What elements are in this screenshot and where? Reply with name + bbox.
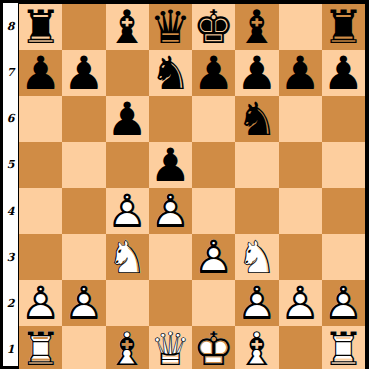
white-pawn[interactable]: ♟♙ [280, 280, 321, 326]
rank-label-3: 3 [3, 234, 18, 280]
square-h1[interactable]: ♜♖ [322, 326, 365, 369]
piece-outline: ♙ [63, 280, 104, 326]
black-knight[interactable]: ♞ [236, 96, 277, 142]
square-c4[interactable]: ♟♙ [106, 188, 149, 234]
black-pawn[interactable]: ♟ [150, 142, 191, 188]
piece-outline: ♗ [236, 326, 277, 369]
square-f6[interactable]: ♞ [235, 96, 278, 142]
rank-label-1: 1 [3, 327, 18, 369]
square-f1[interactable]: ♝♗ [235, 326, 278, 369]
square-a5[interactable] [19, 142, 62, 188]
rank-labels: 87654321 [3, 3, 18, 369]
square-d3[interactable] [149, 234, 192, 280]
square-g5[interactable] [279, 142, 322, 188]
square-b4[interactable] [62, 188, 105, 234]
white-king[interactable]: ♚♔ [193, 326, 234, 369]
rank-label-7: 7 [3, 49, 18, 95]
chess-board: ♜♝♛♚♝♜♟♟♞♟♟♟♟♟♞♟♟♙♟♙♞♘♟♙♞♘♟♙♟♙♟♙♟♙♟♙♜♖♝♗… [18, 3, 366, 369]
piece-outline: ♕ [150, 326, 191, 369]
square-c6[interactable]: ♟ [106, 96, 149, 142]
square-g2[interactable]: ♟♙ [279, 280, 322, 326]
piece-outline: ♘ [107, 234, 148, 280]
black-pawn[interactable]: ♟ [63, 50, 104, 96]
square-a2[interactable]: ♟♙ [19, 280, 62, 326]
square-h2[interactable]: ♟♙ [322, 280, 365, 326]
black-knight[interactable]: ♞ [150, 50, 191, 96]
piece-outline: ♖ [323, 326, 364, 369]
white-knight[interactable]: ♞♘ [236, 234, 277, 280]
white-rook[interactable]: ♜♖ [20, 326, 61, 369]
square-b8[interactable] [62, 4, 105, 50]
square-b6[interactable] [62, 96, 105, 142]
square-e6[interactable] [192, 96, 235, 142]
square-h4[interactable] [322, 188, 365, 234]
rank-label-5: 5 [3, 142, 18, 188]
black-pawn[interactable]: ♟ [193, 50, 234, 96]
white-pawn[interactable]: ♟♙ [236, 280, 277, 326]
black-pawn[interactable]: ♟ [323, 50, 364, 96]
square-a7[interactable]: ♟ [19, 50, 62, 96]
square-a8[interactable]: ♜ [19, 4, 62, 50]
square-f5[interactable] [235, 142, 278, 188]
square-a1[interactable]: ♜♖ [19, 326, 62, 369]
square-c2[interactable] [106, 280, 149, 326]
black-pawn[interactable]: ♟ [236, 50, 277, 96]
black-bishop[interactable]: ♝ [236, 4, 277, 50]
white-knight[interactable]: ♞♘ [107, 234, 148, 280]
piece-outline: ♙ [150, 188, 191, 234]
square-h8[interactable]: ♜ [322, 4, 365, 50]
square-g4[interactable] [279, 188, 322, 234]
black-queen[interactable]: ♛ [150, 4, 191, 50]
white-rook[interactable]: ♜♖ [323, 326, 364, 369]
square-f2[interactable]: ♟♙ [235, 280, 278, 326]
square-d1[interactable]: ♛♕ [149, 326, 192, 369]
piece-outline: ♙ [236, 280, 277, 326]
square-e3[interactable]: ♟♙ [192, 234, 235, 280]
white-queen[interactable]: ♛♕ [150, 326, 191, 369]
piece-outline: ♙ [323, 280, 364, 326]
piece-outline: ♙ [280, 280, 321, 326]
diagram-frame: 87654321 ♜♝♛♚♝♜♟♟♞♟♟♟♟♟♞♟♟♙♟♙♞♘♟♙♞♘♟♙♟♙♟… [0, 0, 369, 369]
square-f3[interactable]: ♞♘ [235, 234, 278, 280]
piece-outline: ♗ [107, 326, 148, 369]
square-h7[interactable]: ♟ [322, 50, 365, 96]
white-pawn[interactable]: ♟♙ [20, 280, 61, 326]
square-b3[interactable] [62, 234, 105, 280]
square-h6[interactable] [322, 96, 365, 142]
square-b7[interactable]: ♟ [62, 50, 105, 96]
square-e2[interactable] [192, 280, 235, 326]
square-b1[interactable] [62, 326, 105, 369]
square-e4[interactable] [192, 188, 235, 234]
square-g6[interactable] [279, 96, 322, 142]
black-pawn[interactable]: ♟ [107, 96, 148, 142]
square-c3[interactable]: ♞♘ [106, 234, 149, 280]
square-e8[interactable]: ♚ [192, 4, 235, 50]
black-king[interactable]: ♚ [193, 4, 234, 50]
piece-outline: ♙ [193, 234, 234, 280]
square-c7[interactable] [106, 50, 149, 96]
square-h5[interactable] [322, 142, 365, 188]
square-a6[interactable] [19, 96, 62, 142]
square-g7[interactable]: ♟ [279, 50, 322, 96]
black-pawn[interactable]: ♟ [20, 50, 61, 96]
rank-label-2: 2 [3, 281, 18, 327]
square-f7[interactable]: ♟ [235, 50, 278, 96]
square-c8[interactable]: ♝ [106, 4, 149, 50]
white-bishop[interactable]: ♝♗ [107, 326, 148, 369]
square-b5[interactable] [62, 142, 105, 188]
piece-outline: ♔ [193, 326, 234, 369]
piece-outline: ♙ [107, 188, 148, 234]
piece-outline: ♘ [236, 234, 277, 280]
square-a4[interactable] [19, 188, 62, 234]
black-rook[interactable]: ♜ [323, 4, 364, 50]
square-f4[interactable] [235, 188, 278, 234]
square-d2[interactable] [149, 280, 192, 326]
square-d7[interactable]: ♞ [149, 50, 192, 96]
square-d4[interactable]: ♟♙ [149, 188, 192, 234]
square-b2[interactable]: ♟♙ [62, 280, 105, 326]
square-e1[interactable]: ♚♔ [192, 326, 235, 369]
square-d6[interactable] [149, 96, 192, 142]
white-pawn[interactable]: ♟♙ [193, 234, 234, 280]
square-g1[interactable] [279, 326, 322, 369]
rank-label-4: 4 [3, 188, 18, 234]
black-pawn[interactable]: ♟ [280, 50, 321, 96]
square-g3[interactable] [279, 234, 322, 280]
square-a3[interactable] [19, 234, 62, 280]
white-pawn[interactable]: ♟♙ [323, 280, 364, 326]
white-bishop[interactable]: ♝♗ [236, 326, 277, 369]
piece-outline: ♙ [20, 280, 61, 326]
square-e7[interactable]: ♟ [192, 50, 235, 96]
square-f8[interactable]: ♝ [235, 4, 278, 50]
square-d8[interactable]: ♛ [149, 4, 192, 50]
black-bishop[interactable]: ♝ [107, 4, 148, 50]
rank-label-8: 8 [3, 3, 18, 49]
square-c5[interactable] [106, 142, 149, 188]
square-h3[interactable] [322, 234, 365, 280]
square-d5[interactable]: ♟ [149, 142, 192, 188]
square-g8[interactable] [279, 4, 322, 50]
white-pawn[interactable]: ♟♙ [107, 188, 148, 234]
black-rook[interactable]: ♜ [20, 4, 61, 50]
rank-label-6: 6 [3, 96, 18, 142]
square-c1[interactable]: ♝♗ [106, 326, 149, 369]
white-pawn[interactable]: ♟♙ [150, 188, 191, 234]
white-pawn[interactable]: ♟♙ [63, 280, 104, 326]
piece-outline: ♖ [20, 326, 61, 369]
square-e5[interactable] [192, 142, 235, 188]
